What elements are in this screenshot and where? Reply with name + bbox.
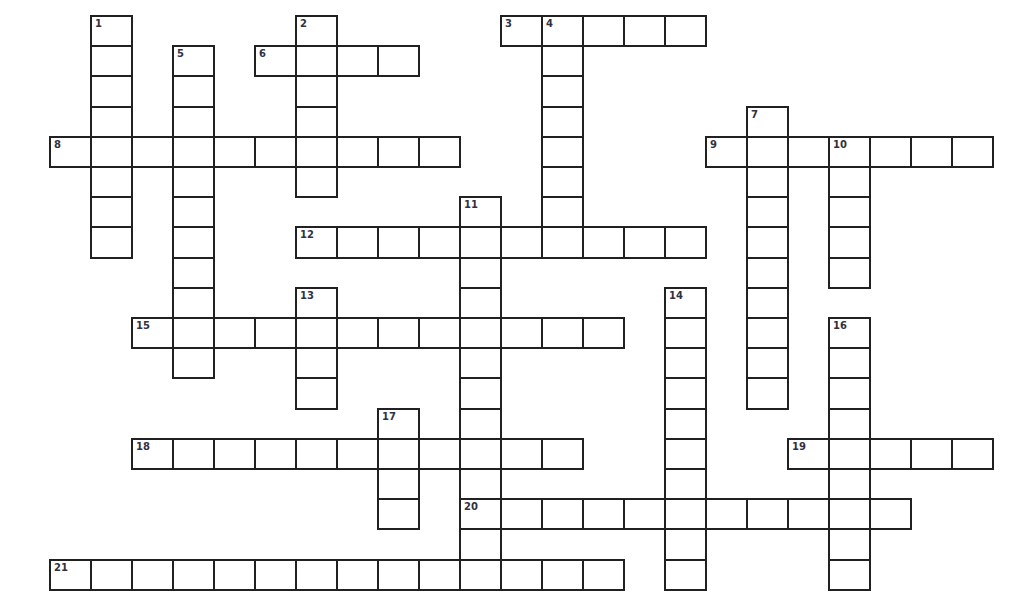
- grid-cell[interactable]: [172, 257, 215, 289]
- grid-cell[interactable]: [828, 438, 871, 470]
- grid-cell[interactable]: [90, 166, 133, 198]
- grid-cell[interactable]: [459, 317, 502, 349]
- grid-cell[interactable]: [623, 226, 666, 258]
- grid-cell[interactable]: [172, 347, 215, 379]
- grid-cell[interactable]: [459, 468, 502, 500]
- clue-number: 18: [136, 441, 150, 452]
- clue-number: 9: [710, 139, 717, 150]
- grid-cell[interactable]: [664, 468, 707, 500]
- grid-cell[interactable]: [377, 317, 420, 349]
- grid-cell[interactable]: [787, 498, 830, 530]
- grid-cell[interactable]: [746, 287, 789, 319]
- grid-cell[interactable]: [336, 317, 379, 349]
- grid-cell[interactable]: [90, 45, 133, 77]
- grid-cell[interactable]: [746, 347, 789, 379]
- grid-cell[interactable]: 10: [828, 136, 871, 168]
- grid-cell[interactable]: [664, 438, 707, 470]
- grid-cell[interactable]: [90, 136, 133, 168]
- grid-cell[interactable]: 9: [705, 136, 748, 168]
- grid-cell[interactable]: [295, 438, 338, 470]
- grid-cell[interactable]: [377, 559, 420, 591]
- grid-cell[interactable]: [664, 226, 707, 258]
- grid-cell[interactable]: [459, 377, 502, 409]
- grid-cell[interactable]: [500, 559, 543, 591]
- clue-number: 20: [464, 501, 478, 512]
- grid-cell[interactable]: [459, 528, 502, 560]
- grid-cell[interactable]: 21: [49, 559, 92, 591]
- grid-cell[interactable]: [459, 257, 502, 289]
- grid-cell[interactable]: [828, 226, 871, 258]
- grid-cell[interactable]: [172, 226, 215, 258]
- grid-cell[interactable]: [664, 377, 707, 409]
- grid-cell[interactable]: 6: [254, 45, 297, 77]
- grid-cell[interactable]: [172, 438, 215, 470]
- grid-cell[interactable]: [336, 226, 379, 258]
- grid-cell[interactable]: [131, 559, 174, 591]
- clue-number: 6: [259, 48, 266, 59]
- grid-cell[interactable]: [828, 559, 871, 591]
- grid-cell[interactable]: [664, 347, 707, 379]
- clue-number: 15: [136, 320, 150, 331]
- grid-cell[interactable]: [172, 317, 215, 349]
- grid-cell[interactable]: [172, 75, 215, 107]
- grid-cell[interactable]: [664, 498, 707, 530]
- clue-number: 10: [833, 139, 847, 150]
- grid-cell[interactable]: [90, 226, 133, 258]
- grid-cell[interactable]: [377, 136, 420, 168]
- grid-cell[interactable]: [172, 136, 215, 168]
- grid-cell[interactable]: 16: [828, 317, 871, 349]
- grid-cell[interactable]: [828, 408, 871, 440]
- grid-cell[interactable]: [459, 226, 502, 258]
- grid-cell[interactable]: 2: [295, 15, 338, 47]
- grid-cell[interactable]: [459, 559, 502, 591]
- grid-cell[interactable]: [254, 317, 297, 349]
- grid-cell[interactable]: [541, 317, 584, 349]
- grid-cell[interactable]: [869, 136, 912, 168]
- grid-cell[interactable]: [336, 45, 379, 77]
- grid-cell[interactable]: 13: [295, 287, 338, 319]
- grid-cell[interactable]: [828, 528, 871, 560]
- grid-cell[interactable]: [90, 196, 133, 228]
- grid-cell[interactable]: [459, 347, 502, 379]
- grid-cell[interactable]: [90, 559, 133, 591]
- grid-cell[interactable]: 15: [131, 317, 174, 349]
- grid-cell[interactable]: [295, 45, 338, 77]
- grid-cell[interactable]: [172, 196, 215, 228]
- clue-number: 14: [669, 290, 683, 301]
- grid-cell[interactable]: [705, 498, 748, 530]
- grid-cell[interactable]: [828, 196, 871, 228]
- crossword-grid: 123456789101112131415161718192021: [0, 0, 1024, 611]
- grid-cell[interactable]: [377, 438, 420, 470]
- grid-cell[interactable]: [541, 226, 584, 258]
- clue-number: 16: [833, 320, 847, 331]
- grid-cell[interactable]: [377, 45, 420, 77]
- grid-cell[interactable]: 7: [746, 106, 789, 138]
- grid-cell[interactable]: [377, 468, 420, 500]
- grid-cell[interactable]: [787, 136, 830, 168]
- grid-cell[interactable]: [582, 498, 625, 530]
- grid-cell[interactable]: [295, 317, 338, 349]
- grid-cell[interactable]: [213, 559, 256, 591]
- grid-cell[interactable]: [213, 438, 256, 470]
- grid-cell[interactable]: [213, 317, 256, 349]
- grid-cell[interactable]: [664, 15, 707, 47]
- grid-cell[interactable]: [951, 136, 994, 168]
- grid-cell[interactable]: [541, 75, 584, 107]
- grid-cell[interactable]: [910, 136, 953, 168]
- clue-number: 8: [54, 139, 61, 150]
- grid-cell[interactable]: [213, 136, 256, 168]
- grid-cell[interactable]: [664, 559, 707, 591]
- grid-cell[interactable]: [336, 559, 379, 591]
- grid-cell[interactable]: [418, 317, 461, 349]
- grid-cell[interactable]: 12: [295, 226, 338, 258]
- clue-number: 5: [177, 48, 184, 59]
- grid-cell[interactable]: [746, 377, 789, 409]
- grid-cell[interactable]: [336, 136, 379, 168]
- grid-cell[interactable]: [746, 257, 789, 289]
- grid-cell[interactable]: [541, 559, 584, 591]
- grid-cell[interactable]: [828, 498, 871, 530]
- grid-cell[interactable]: [172, 166, 215, 198]
- grid-cell[interactable]: [828, 347, 871, 379]
- clue-number: 7: [751, 109, 758, 120]
- grid-cell[interactable]: [910, 438, 953, 470]
- grid-cell[interactable]: [459, 408, 502, 440]
- grid-cell[interactable]: [295, 377, 338, 409]
- grid-cell[interactable]: 20: [459, 498, 502, 530]
- grid-cell[interactable]: [295, 347, 338, 379]
- grid-cell[interactable]: [623, 15, 666, 47]
- grid-cell[interactable]: [295, 75, 338, 107]
- grid-cell[interactable]: [254, 438, 297, 470]
- grid-cell[interactable]: [582, 317, 625, 349]
- grid-cell[interactable]: 4: [541, 15, 584, 47]
- grid-cell[interactable]: [254, 559, 297, 591]
- grid-cell[interactable]: 19: [787, 438, 830, 470]
- grid-cell[interactable]: [172, 106, 215, 138]
- grid-cell[interactable]: 11: [459, 196, 502, 228]
- grid-cell[interactable]: [500, 226, 543, 258]
- clue-number: 2: [300, 18, 307, 29]
- clue-number: 3: [505, 18, 512, 29]
- grid-cell[interactable]: [582, 226, 625, 258]
- clue-number: 4: [546, 18, 553, 29]
- grid-cell[interactable]: [500, 438, 543, 470]
- grid-cell[interactable]: [500, 498, 543, 530]
- grid-cell[interactable]: [377, 498, 420, 530]
- grid-cell[interactable]: [828, 166, 871, 198]
- grid-cell[interactable]: [295, 166, 338, 198]
- clue-number: 12: [300, 229, 314, 240]
- grid-cell[interactable]: [869, 438, 912, 470]
- grid-cell[interactable]: [541, 45, 584, 77]
- grid-cell[interactable]: [418, 226, 461, 258]
- clue-number: 11: [464, 199, 478, 210]
- grid-cell[interactable]: [582, 559, 625, 591]
- grid-cell[interactable]: [459, 438, 502, 470]
- grid-cell[interactable]: [664, 317, 707, 349]
- clue-number: 1: [95, 18, 102, 29]
- grid-cell[interactable]: [336, 438, 379, 470]
- grid-cell[interactable]: [746, 136, 789, 168]
- grid-cell[interactable]: [582, 15, 625, 47]
- clue-number: 13: [300, 290, 314, 301]
- grid-cell[interactable]: 1: [90, 15, 133, 47]
- clue-number: 17: [382, 411, 396, 422]
- grid-cell[interactable]: [828, 377, 871, 409]
- grid-cell[interactable]: [377, 226, 420, 258]
- grid-cell[interactable]: 17: [377, 408, 420, 440]
- grid-cell[interactable]: [664, 408, 707, 440]
- grid-cell[interactable]: [131, 136, 174, 168]
- grid-cell[interactable]: [418, 438, 461, 470]
- grid-cell[interactable]: [541, 498, 584, 530]
- grid-cell[interactable]: [828, 468, 871, 500]
- grid-cell[interactable]: [541, 106, 584, 138]
- grid-cell[interactable]: 18: [131, 438, 174, 470]
- grid-cell[interactable]: 3: [500, 15, 543, 47]
- grid-cell[interactable]: [418, 136, 461, 168]
- grid-cell[interactable]: 8: [49, 136, 92, 168]
- grid-cell[interactable]: [746, 317, 789, 349]
- grid-cell[interactable]: [664, 528, 707, 560]
- grid-cell[interactable]: [746, 226, 789, 258]
- grid-cell[interactable]: [869, 498, 912, 530]
- grid-cell[interactable]: [541, 196, 584, 228]
- grid-cell[interactable]: 5: [172, 45, 215, 77]
- grid-cell[interactable]: [951, 438, 994, 470]
- grid-cell[interactable]: [541, 438, 584, 470]
- grid-cell[interactable]: [746, 166, 789, 198]
- grid-cell[interactable]: [418, 559, 461, 591]
- clue-number: 21: [54, 562, 68, 573]
- grid-cell[interactable]: [541, 166, 584, 198]
- crossword-page: 123456789101112131415161718192021: [0, 0, 1024, 611]
- grid-cell[interactable]: [295, 559, 338, 591]
- grid-cell[interactable]: [172, 559, 215, 591]
- clue-number: 19: [792, 441, 806, 452]
- grid-cell[interactable]: [172, 287, 215, 319]
- grid-cell[interactable]: [459, 287, 502, 319]
- grid-cell[interactable]: 14: [664, 287, 707, 319]
- grid-cell[interactable]: [746, 196, 789, 228]
- grid-cell[interactable]: [500, 317, 543, 349]
- grid-cell[interactable]: [295, 106, 338, 138]
- grid-cell[interactable]: [295, 136, 338, 168]
- grid-cell[interactable]: [90, 106, 133, 138]
- grid-cell[interactable]: [746, 498, 789, 530]
- grid-cell[interactable]: [254, 136, 297, 168]
- grid-cell[interactable]: [90, 75, 133, 107]
- grid-cell[interactable]: [828, 257, 871, 289]
- grid-cell[interactable]: [541, 136, 584, 168]
- grid-cell[interactable]: [623, 498, 666, 530]
